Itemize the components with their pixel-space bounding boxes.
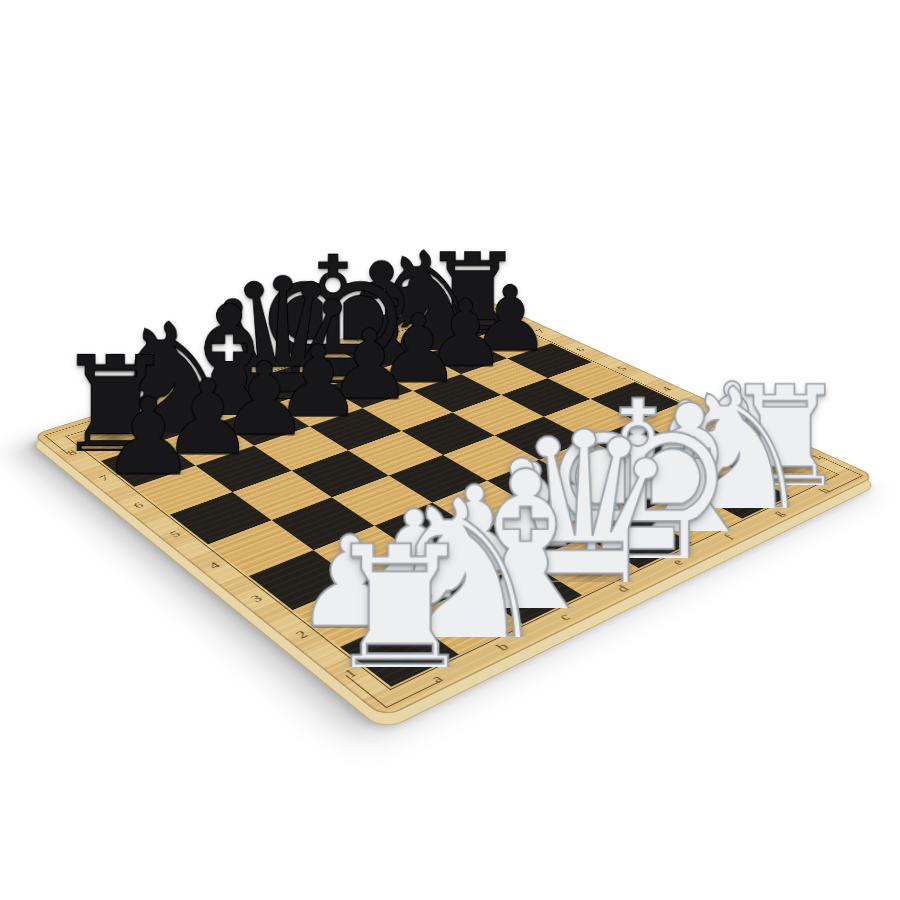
piece-bP-a7[interactable]: ♟	[37, 381, 259, 464]
board-perspective-wrapper: ♜♟♟♜♞♟♟♞♝♟♟♝♚♟♟♚♛♟♟♛♝♟♟♝♞♟♟♞♜♟♟♜ 8877665…	[143, 155, 743, 755]
photo-background: ♜♟♟♜♞♟♟♞♝♟♟♝♚♟♟♚♛♟♟♛♝♟♟♝♞♟♟♞♜♟♟♜ 8877665…	[0, 0, 900, 900]
chess-board: ♜♟♟♜♞♟♟♞♝♟♟♝♚♟♟♚♛♟♟♛♝♟♟♝♞♟♟♞♜♟♟♜ 8877665…	[32, 296, 876, 718]
board-grid: ♜♟♟♜♞♟♟♞♝♟♟♝♚♟♟♚♛♟♟♛♝♟♟♝♞♟♟♞♜♟♟♜	[69, 308, 835, 686]
piece-wR-a1[interactable]: ♜	[262, 517, 536, 651]
